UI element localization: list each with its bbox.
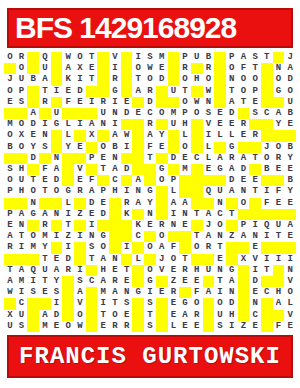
grid-cell-letter: N — [144, 209, 156, 220]
grid-cell-letter: S — [144, 298, 156, 309]
grid-cell-letter: L — [132, 254, 144, 265]
grid-cell-letter: U — [39, 63, 51, 74]
grid-cell-letter: G — [97, 231, 109, 242]
grid-cell-blocked — [27, 254, 39, 265]
grid-cell-letter: P — [168, 175, 180, 186]
grid-cell-blocked — [62, 153, 74, 164]
grid-cell-blocked — [132, 164, 144, 175]
grid-cell-blocked — [249, 119, 261, 130]
grid-cell-letter: O — [226, 63, 238, 74]
grid-cell-letter: S — [16, 97, 28, 108]
grid-cell-letter: A — [16, 265, 28, 276]
grid-cell-blocked — [109, 242, 121, 253]
grid-cell-letter: O — [179, 97, 191, 108]
grid-cell-letter: E — [284, 231, 296, 242]
grid-cell-letter: L — [62, 198, 74, 209]
grid-cell-letter: A — [97, 254, 109, 265]
grid-cell-letter: A — [284, 63, 296, 74]
book-title: BFS 1429168928 — [9, 11, 236, 45]
grid-cell-blocked — [16, 108, 28, 119]
grid-cell-letter: O — [156, 231, 168, 242]
grid-cell-letter: V — [203, 119, 215, 130]
grid-cell-letter: N — [27, 198, 39, 209]
grid-cell-letter: D — [51, 175, 63, 186]
grid-cell-letter: E — [132, 108, 144, 119]
grid-cell-letter: R — [179, 63, 191, 74]
grid-cell-letter: M — [39, 321, 51, 332]
grid-cell-letter: I — [249, 220, 261, 231]
grid-cell-letter: D — [284, 74, 296, 85]
grid-cell-blocked — [273, 310, 285, 321]
grid-cell-letter: I — [109, 97, 121, 108]
grid-cell-letter: B — [261, 164, 273, 175]
grid-cell-blocked — [27, 310, 39, 321]
grid-cell-letter: Q — [27, 265, 39, 276]
grid-cell-letter: F — [191, 287, 203, 298]
grid-cell-letter: M — [39, 231, 51, 242]
grid-cell-letter: N — [226, 74, 238, 85]
grid-cell-blocked — [39, 108, 51, 119]
grid-cell-blocked — [284, 209, 296, 220]
grid-cell-blocked — [168, 164, 180, 175]
grid-cell-letter: A — [179, 310, 191, 321]
grid-cell-blocked — [249, 198, 261, 209]
grid-cell-letter: Y — [273, 119, 285, 130]
grid-cell-letter: I — [86, 220, 98, 231]
grid-cell-letter: J — [284, 52, 296, 63]
grid-cell-blocked — [27, 97, 39, 108]
grid-cell-blocked — [86, 310, 98, 321]
grid-cell-letter: I — [62, 242, 74, 253]
grid-cell-letter: U — [203, 265, 215, 276]
grid-cell-letter: O — [238, 86, 250, 97]
grid-cell-letter: R — [144, 86, 156, 97]
grid-cell-letter: Y — [144, 198, 156, 209]
grid-cell-blocked — [168, 74, 180, 85]
grid-cell-blocked — [4, 254, 16, 265]
grid-cell-letter: B — [203, 52, 215, 63]
grid-cell-letter: A — [109, 130, 121, 141]
grid-cell-letter: L — [284, 298, 296, 309]
grid-cell-letter: O — [109, 310, 121, 321]
grid-cell-letter: Y — [51, 276, 63, 287]
grid-cell-letter: G — [144, 276, 156, 287]
grid-cell-letter: J — [203, 220, 215, 231]
grid-cell-blocked — [156, 209, 168, 220]
grid-cell-blocked — [179, 231, 191, 242]
grid-cell-letter: A — [16, 209, 28, 220]
grid-cell-letter: T — [86, 52, 98, 63]
grid-cell-letter: C — [191, 153, 203, 164]
grid-cell-blocked — [203, 175, 215, 186]
grid-cell-letter: I — [249, 265, 261, 276]
grid-cell-letter: J — [261, 142, 273, 153]
grid-cell-letter: B — [4, 142, 16, 153]
grid-cell-letter: A — [39, 74, 51, 85]
grid-cell-letter: N — [214, 265, 226, 276]
grid-cell-letter: F — [144, 142, 156, 153]
grid-cell-letter: N — [249, 231, 261, 242]
grid-cell-letter: E — [109, 265, 121, 276]
grid-cell-blocked — [238, 108, 250, 119]
grid-cell-blocked — [273, 209, 285, 220]
grid-cell-letter: A — [238, 153, 250, 164]
grid-cell-letter: Q — [261, 220, 273, 231]
grid-cell-letter: R — [62, 265, 74, 276]
grid-cell-letter: F — [238, 63, 250, 74]
grid-cell-letter: A — [39, 209, 51, 220]
grid-cell-letter: N — [284, 265, 296, 276]
grid-cell-letter: P — [226, 52, 238, 63]
grid-cell-letter: E — [168, 265, 180, 276]
grid-cell-letter: R — [191, 310, 203, 321]
grid-cell-blocked — [156, 153, 168, 164]
grid-cell-letter: T — [4, 265, 16, 276]
author-name: FRANCIS GURTOWSKI — [19, 343, 281, 370]
grid-cell-blocked — [273, 175, 285, 186]
grid-cell-letter: A — [132, 86, 144, 97]
grid-cell-letter: O — [16, 119, 28, 130]
grid-cell-letter: O — [74, 310, 86, 321]
grid-cell-letter: P — [86, 153, 98, 164]
grid-cell-letter: O — [273, 74, 285, 85]
grid-cell-letter: D — [27, 153, 39, 164]
grid-cell-letter: F — [62, 97, 74, 108]
grid-cell-letter: B — [284, 175, 296, 186]
grid-cell-blocked — [203, 298, 215, 309]
grid-cell-letter: E — [284, 321, 296, 332]
grid-cell-blocked — [74, 198, 86, 209]
grid-cell-blocked — [62, 310, 74, 321]
grid-cell-letter: E — [249, 97, 261, 108]
grid-cell-letter: V — [109, 52, 121, 63]
grid-cell-letter: G — [156, 164, 168, 175]
grid-cell-letter: U — [39, 265, 51, 276]
grid-cell-letter: P — [179, 52, 191, 63]
grid-cell-blocked — [226, 242, 238, 253]
grid-cell-letter: H — [179, 119, 191, 130]
grid-cell-blocked — [86, 287, 98, 298]
grid-cell-letter: S — [121, 298, 133, 309]
grid-cell-letter: A — [203, 287, 215, 298]
grid-cell-blocked — [132, 130, 144, 141]
grid-cell-blocked — [156, 298, 168, 309]
grid-cell-letter: O — [74, 52, 86, 63]
grid-cell-letter: P — [238, 220, 250, 231]
grid-cell-letter: E — [62, 86, 74, 97]
grid-cell-letter: C — [214, 209, 226, 220]
grid-cell-blocked — [121, 86, 133, 97]
grid-cell-letter: H — [226, 310, 238, 321]
grid-cell-letter: I — [51, 86, 63, 97]
grid-cell-blocked — [261, 86, 273, 97]
grid-cell-letter: T — [191, 231, 203, 242]
grid-cell-letter: T — [109, 298, 121, 309]
grid-cell-blocked — [238, 265, 250, 276]
grid-cell-letter: A — [144, 130, 156, 141]
grid-cell-letter: E — [39, 287, 51, 298]
grid-cell-letter: E — [249, 242, 261, 253]
grid-cell-letter: G — [226, 265, 238, 276]
grid-cell-blocked — [121, 254, 133, 265]
grid-cell-letter: I — [27, 276, 39, 287]
grid-cell-blocked — [191, 63, 203, 74]
grid-cell-letter: G — [214, 164, 226, 175]
grid-cell-letter: V — [249, 254, 261, 265]
grid-cell-blocked — [179, 186, 191, 197]
grid-cell-letter: P — [4, 209, 16, 220]
grid-cell-blocked — [86, 86, 98, 97]
grid-cell-blocked — [203, 254, 215, 265]
grid-cell-blocked — [261, 175, 273, 186]
grid-cell-blocked — [214, 97, 226, 108]
grid-cell-letter: N — [132, 186, 144, 197]
grid-cell-blocked — [214, 86, 226, 97]
grid-cell-letter: Y — [39, 242, 51, 253]
grid-cell-letter: T — [179, 254, 191, 265]
grid-cell-letter: Z — [74, 209, 86, 220]
grid-cell-letter: N — [203, 97, 215, 108]
grid-cell-letter: S — [16, 321, 28, 332]
grid-cell-letter: A — [284, 220, 296, 231]
grid-cell-letter: I — [121, 142, 133, 153]
grid-cell-letter: E — [156, 63, 168, 74]
grid-cell-blocked — [273, 242, 285, 253]
grid-cell-letter: H — [191, 265, 203, 276]
grid-cell-letter: U — [191, 52, 203, 63]
grid-cell-blocked — [86, 265, 98, 276]
grid-cell-letter: O — [16, 63, 28, 74]
grid-cell-blocked — [132, 153, 144, 164]
grid-cell-letter: I — [261, 231, 273, 242]
grid-cell-letter: I — [51, 298, 63, 309]
grid-cell-letter: T — [214, 242, 226, 253]
grid-cell-letter: F — [39, 164, 51, 175]
grid-cell-letter: D — [121, 108, 133, 119]
grid-cell-blocked — [156, 198, 168, 209]
grid-cell-letter: D — [226, 108, 238, 119]
grid-cell-blocked — [249, 142, 261, 153]
grid-cell-blocked — [238, 142, 250, 153]
grid-cell-letter: U — [4, 321, 16, 332]
grid-cell-letter: I — [214, 287, 226, 298]
grid-cell-letter: N — [109, 254, 121, 265]
grid-cell-letter: R — [144, 119, 156, 130]
grid-cell-blocked — [191, 142, 203, 153]
grid-cell-letter: E — [226, 119, 238, 130]
grid-cell-blocked — [121, 220, 133, 231]
grid-cell-letter: O — [144, 242, 156, 253]
grid-cell-blocked — [261, 276, 273, 287]
grid-cell-letter: U — [168, 86, 180, 97]
grid-cell-letter: T — [249, 63, 261, 74]
grid-cell-letter: N — [226, 287, 238, 298]
grid-cell-letter: E — [74, 97, 86, 108]
grid-cell-letter: E — [74, 175, 86, 186]
grid-cell-letter: L — [203, 142, 215, 153]
grid-cell-letter: E — [144, 220, 156, 231]
grid-cell-blocked — [132, 242, 144, 253]
grid-cell-letter: A — [226, 97, 238, 108]
grid-cell-letter: O — [203, 74, 215, 85]
grid-cell-letter: T — [97, 164, 109, 175]
grid-cell-letter: U — [273, 220, 285, 231]
grid-cell-letter: T — [39, 86, 51, 97]
grid-cell-blocked — [51, 63, 63, 74]
grid-cell-letter: E — [249, 321, 261, 332]
grid-cell-blocked — [168, 63, 180, 74]
grid-cell-letter: E — [179, 276, 191, 287]
grid-cell-letter: D — [156, 74, 168, 85]
grid-cell-letter: O — [179, 142, 191, 153]
grid-cell-blocked — [132, 142, 144, 153]
grid-cell-letter: S — [214, 321, 226, 332]
grid-cell-blocked — [261, 321, 273, 332]
grid-cell-letter: A — [226, 164, 238, 175]
grid-cell-letter: I — [74, 231, 86, 242]
grid-cell-letter: T — [249, 186, 261, 197]
grid-cell-letter: H — [191, 74, 203, 85]
grid-cell-letter: T — [144, 310, 156, 321]
grid-cell-blocked — [97, 175, 109, 186]
grid-cell-letter: T — [179, 86, 191, 97]
grid-cell-letter: N — [51, 209, 63, 220]
grid-cell-letter: N — [121, 287, 133, 298]
grid-cell-blocked — [168, 52, 180, 63]
grid-cell-letter: O — [132, 63, 144, 74]
grid-cell-letter: D — [86, 198, 98, 209]
grid-cell-letter: U — [97, 108, 109, 119]
grid-cell-blocked — [132, 97, 144, 108]
grid-cell-letter: P — [16, 86, 28, 97]
grid-cell-letter: R — [203, 63, 215, 74]
grid-cell-letter: M — [27, 242, 39, 253]
grid-cell-letter: A — [109, 287, 121, 298]
grid-cell-letter: A — [109, 164, 121, 175]
grid-cell-letter: O — [144, 265, 156, 276]
grid-cell-letter: O — [284, 86, 296, 97]
grid-cell-blocked — [273, 265, 285, 276]
grid-cell-letter: O — [179, 74, 191, 85]
grid-cell-blocked — [226, 220, 238, 231]
grid-cell-blocked — [273, 276, 285, 287]
grid-cell-letter: C — [261, 287, 273, 298]
grid-cell-letter: O — [27, 186, 39, 197]
grid-cell-letter: R — [156, 220, 168, 231]
grid-cell-letter: O — [97, 242, 109, 253]
grid-cell-letter: I — [144, 287, 156, 298]
grid-cell-blocked — [121, 175, 133, 186]
grid-cell-letter: C — [16, 298, 28, 309]
grid-cell-letter: I — [51, 231, 63, 242]
grid-cell-letter: O — [156, 108, 168, 119]
grid-cell-letter: R — [203, 242, 215, 253]
grid-cell-blocked — [191, 186, 203, 197]
grid-cell-blocked — [273, 97, 285, 108]
grid-cell-letter: X — [4, 310, 16, 321]
grid-cell-blocked — [51, 142, 63, 153]
grid-cell-letter: U — [168, 119, 180, 130]
grid-cell-letter: G — [109, 86, 121, 97]
grid-cell-letter: S — [249, 108, 261, 119]
grid-cell-letter: E — [238, 175, 250, 186]
grid-cell-letter: E — [249, 175, 261, 186]
grid-cell-letter: L — [168, 186, 180, 197]
grid-cell-blocked — [27, 321, 39, 332]
grid-cell-blocked — [249, 164, 261, 175]
grid-cell-letter: P — [249, 86, 261, 97]
grid-cell-letter: A — [86, 186, 98, 197]
grid-cell-letter: R — [273, 153, 285, 164]
grid-cell-letter: M — [4, 119, 16, 130]
grid-cell-letter: A — [226, 276, 238, 287]
grid-cell-blocked — [74, 254, 86, 265]
grid-cell-letter: U — [284, 97, 296, 108]
grid-cell-blocked — [261, 298, 273, 309]
title-banner: BFS 1429168928 — [7, 8, 293, 48]
grid-cell-letter: A — [226, 186, 238, 197]
grid-cell-letter: H — [97, 265, 109, 276]
grid-cell-letter: I — [261, 254, 273, 265]
grid-cell-blocked — [97, 74, 109, 85]
grid-cell-blocked — [121, 74, 133, 85]
grid-cell-letter: I — [86, 97, 98, 108]
grid-cell-blocked — [261, 74, 273, 85]
grid-cell-letter: A — [27, 108, 39, 119]
grid-cell-letter: N — [273, 63, 285, 74]
grid-cell-blocked — [238, 209, 250, 220]
grid-cell-letter: D — [144, 97, 156, 108]
grid-cell-letter: O — [156, 175, 168, 186]
grid-cell-blocked — [51, 198, 63, 209]
grid-cell-letter: R — [109, 321, 121, 332]
grid-cell-letter: O — [4, 86, 16, 97]
grid-cell-letter: A — [179, 198, 191, 209]
grid-cell-letter: E — [51, 321, 63, 332]
grid-cell-letter: C — [144, 108, 156, 119]
grid-cell-blocked — [238, 287, 250, 298]
grid-cell-letter: O — [16, 142, 28, 153]
grid-cell-letter: U — [16, 310, 28, 321]
grid-cell-letter: L — [179, 130, 191, 141]
grid-cell-letter: G — [226, 142, 238, 153]
grid-cell-letter: I — [121, 186, 133, 197]
grid-cell-blocked — [203, 198, 215, 209]
grid-cell-blocked — [168, 97, 180, 108]
grid-cell-letter: H — [16, 186, 28, 197]
grid-cell-blocked — [39, 198, 51, 209]
grid-cell-letter: R — [238, 119, 250, 130]
grid-cell-blocked — [144, 231, 156, 242]
grid-cell-letter: O — [249, 74, 261, 85]
grid-cell-blocked — [121, 52, 133, 63]
grid-cell-letter: O — [191, 242, 203, 253]
grid-cell-letter: A — [97, 276, 109, 287]
grid-cell-blocked — [62, 108, 74, 119]
grid-cell-letter: R — [16, 52, 28, 63]
grid-cell-letter: A — [62, 63, 74, 74]
grid-cell-letter: D — [238, 164, 250, 175]
grid-cell-blocked — [261, 209, 273, 220]
grid-cell-letter: Z — [226, 231, 238, 242]
grid-cell-letter: K — [132, 220, 144, 231]
grid-cell-blocked — [156, 276, 168, 287]
grid-cell-blocked — [284, 130, 296, 141]
grid-cell-blocked — [156, 97, 168, 108]
grid-cell-letter: E — [156, 287, 168, 298]
grid-cell-letter: T — [261, 52, 273, 63]
grid-cell-letter: E — [238, 130, 250, 141]
